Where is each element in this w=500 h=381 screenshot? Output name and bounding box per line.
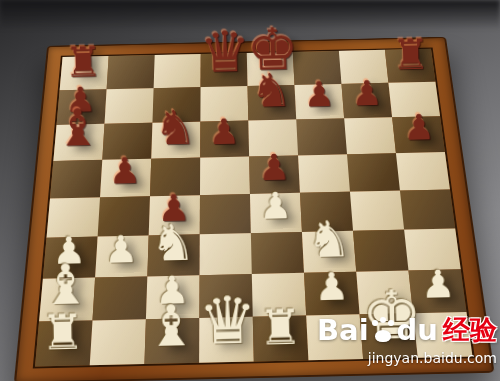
piece-black-pawn-h6[interactable]: ♟ xyxy=(394,110,444,146)
square-c1[interactable]: ♝ xyxy=(144,318,199,364)
piece-black-pawn-f7[interactable]: ♟ xyxy=(295,77,344,112)
piece-black-pawn-g7[interactable]: ♟ xyxy=(343,76,392,111)
square-a6[interactable]: ♝ xyxy=(53,124,104,161)
piece-black-pawn-e5[interactable]: ♟ xyxy=(249,149,300,186)
piece-black-queen-d8[interactable]: ♛ xyxy=(199,23,247,80)
square-g5[interactable] xyxy=(347,153,400,192)
square-g3[interactable] xyxy=(353,230,408,272)
piece-black-bishop-a6[interactable]: ♝ xyxy=(53,102,103,154)
square-b8[interactable] xyxy=(107,55,155,89)
square-d8[interactable]: ♛ xyxy=(201,53,248,87)
square-f6[interactable] xyxy=(296,118,347,155)
square-d5[interactable] xyxy=(200,157,250,196)
square-c8[interactable] xyxy=(154,54,201,88)
board-tilt-wrapper: ♜♛♚♜♟♞♟♟♝♞♟♟♟♟♟♟♟♟♞♞♝♟♟♟♜♝♛♜♚ xyxy=(0,0,500,381)
square-h5[interactable] xyxy=(396,152,450,191)
square-d4[interactable] xyxy=(200,194,251,234)
square-h4[interactable] xyxy=(400,189,455,229)
square-b3[interactable]: ♟ xyxy=(95,235,149,277)
piece-white-bishop-c1[interactable]: ♝ xyxy=(143,297,199,355)
piece-white-queen-d1[interactable]: ♛ xyxy=(198,287,254,354)
piece-black-rook-a8[interactable]: ♜ xyxy=(59,40,107,83)
square-f7[interactable]: ♟ xyxy=(294,84,344,120)
square-f1[interactable] xyxy=(306,314,363,360)
square-c6[interactable]: ♞ xyxy=(151,122,200,159)
square-d6[interactable]: ♟ xyxy=(200,121,249,158)
piece-white-king-g1[interactable]: ♚ xyxy=(361,281,417,350)
square-a1[interactable]: ♜ xyxy=(35,320,92,366)
piece-white-knight-f3[interactable]: ♞ xyxy=(302,213,355,264)
square-h6[interactable]: ♟ xyxy=(392,116,445,153)
piece-black-rook-h8[interactable]: ♜ xyxy=(387,33,435,76)
chess-board-grid: ♜♛♚♜♟♞♟♟♝♞♟♟♟♟♟♟♟♟♞♞♝♟♟♟♜♝♛♜♚ xyxy=(35,49,472,367)
piece-white-pawn-b3[interactable]: ♟ xyxy=(95,231,148,270)
square-b2[interactable] xyxy=(93,276,148,320)
square-g4[interactable] xyxy=(350,191,404,231)
square-d1[interactable]: ♛ xyxy=(199,317,254,363)
chess-board-3d: ♜♛♚♜♟♞♟♟♝♞♟♟♟♟♟♟♟♟♞♞♝♟♟♟♜♝♛♜♚ xyxy=(14,37,495,381)
square-e1[interactable]: ♜ xyxy=(253,316,309,362)
square-f2[interactable]: ♟ xyxy=(304,272,360,316)
piece-white-pawn-f2[interactable]: ♟ xyxy=(305,267,359,306)
board-wooden-frame: ♜♛♚♜♟♞♟♟♝♞♟♟♟♟♟♟♟♟♞♞♝♟♟♟♜♝♛♜♚ xyxy=(14,37,495,381)
piece-black-knight-c6[interactable]: ♞ xyxy=(150,104,200,152)
piece-white-rook-e1[interactable]: ♜ xyxy=(252,302,308,352)
square-g1[interactable]: ♚ xyxy=(360,313,418,359)
piece-black-pawn-b5[interactable]: ♟ xyxy=(100,153,151,190)
square-b5[interactable]: ♟ xyxy=(100,159,151,198)
piece-white-knight-c3[interactable]: ♞ xyxy=(146,217,199,268)
piece-white-pawn-e4[interactable]: ♟ xyxy=(250,187,302,225)
square-f5[interactable] xyxy=(298,154,350,193)
square-g7[interactable]: ♟ xyxy=(341,83,392,119)
square-e3[interactable] xyxy=(251,232,304,274)
square-h8[interactable]: ♜ xyxy=(385,49,436,83)
piece-white-rook-a1[interactable]: ♜ xyxy=(35,307,91,357)
square-d3[interactable] xyxy=(200,233,252,275)
square-g6[interactable] xyxy=(344,117,396,154)
chess-3d-scene: ♜♛♚♜♟♞♟♟♝♞♟♟♟♟♟♟♟♟♞♞♝♟♟♟♜♝♛♜♚ Bai du 经验 … xyxy=(0,0,500,381)
square-b1[interactable] xyxy=(90,319,146,365)
square-e4[interactable]: ♟ xyxy=(250,193,302,233)
piece-black-pawn-d6[interactable]: ♟ xyxy=(199,114,249,150)
piece-black-knight-e7[interactable]: ♞ xyxy=(247,67,296,114)
square-a5[interactable] xyxy=(50,160,102,199)
square-e7[interactable]: ♞ xyxy=(248,85,297,121)
square-b7[interactable] xyxy=(105,88,154,124)
